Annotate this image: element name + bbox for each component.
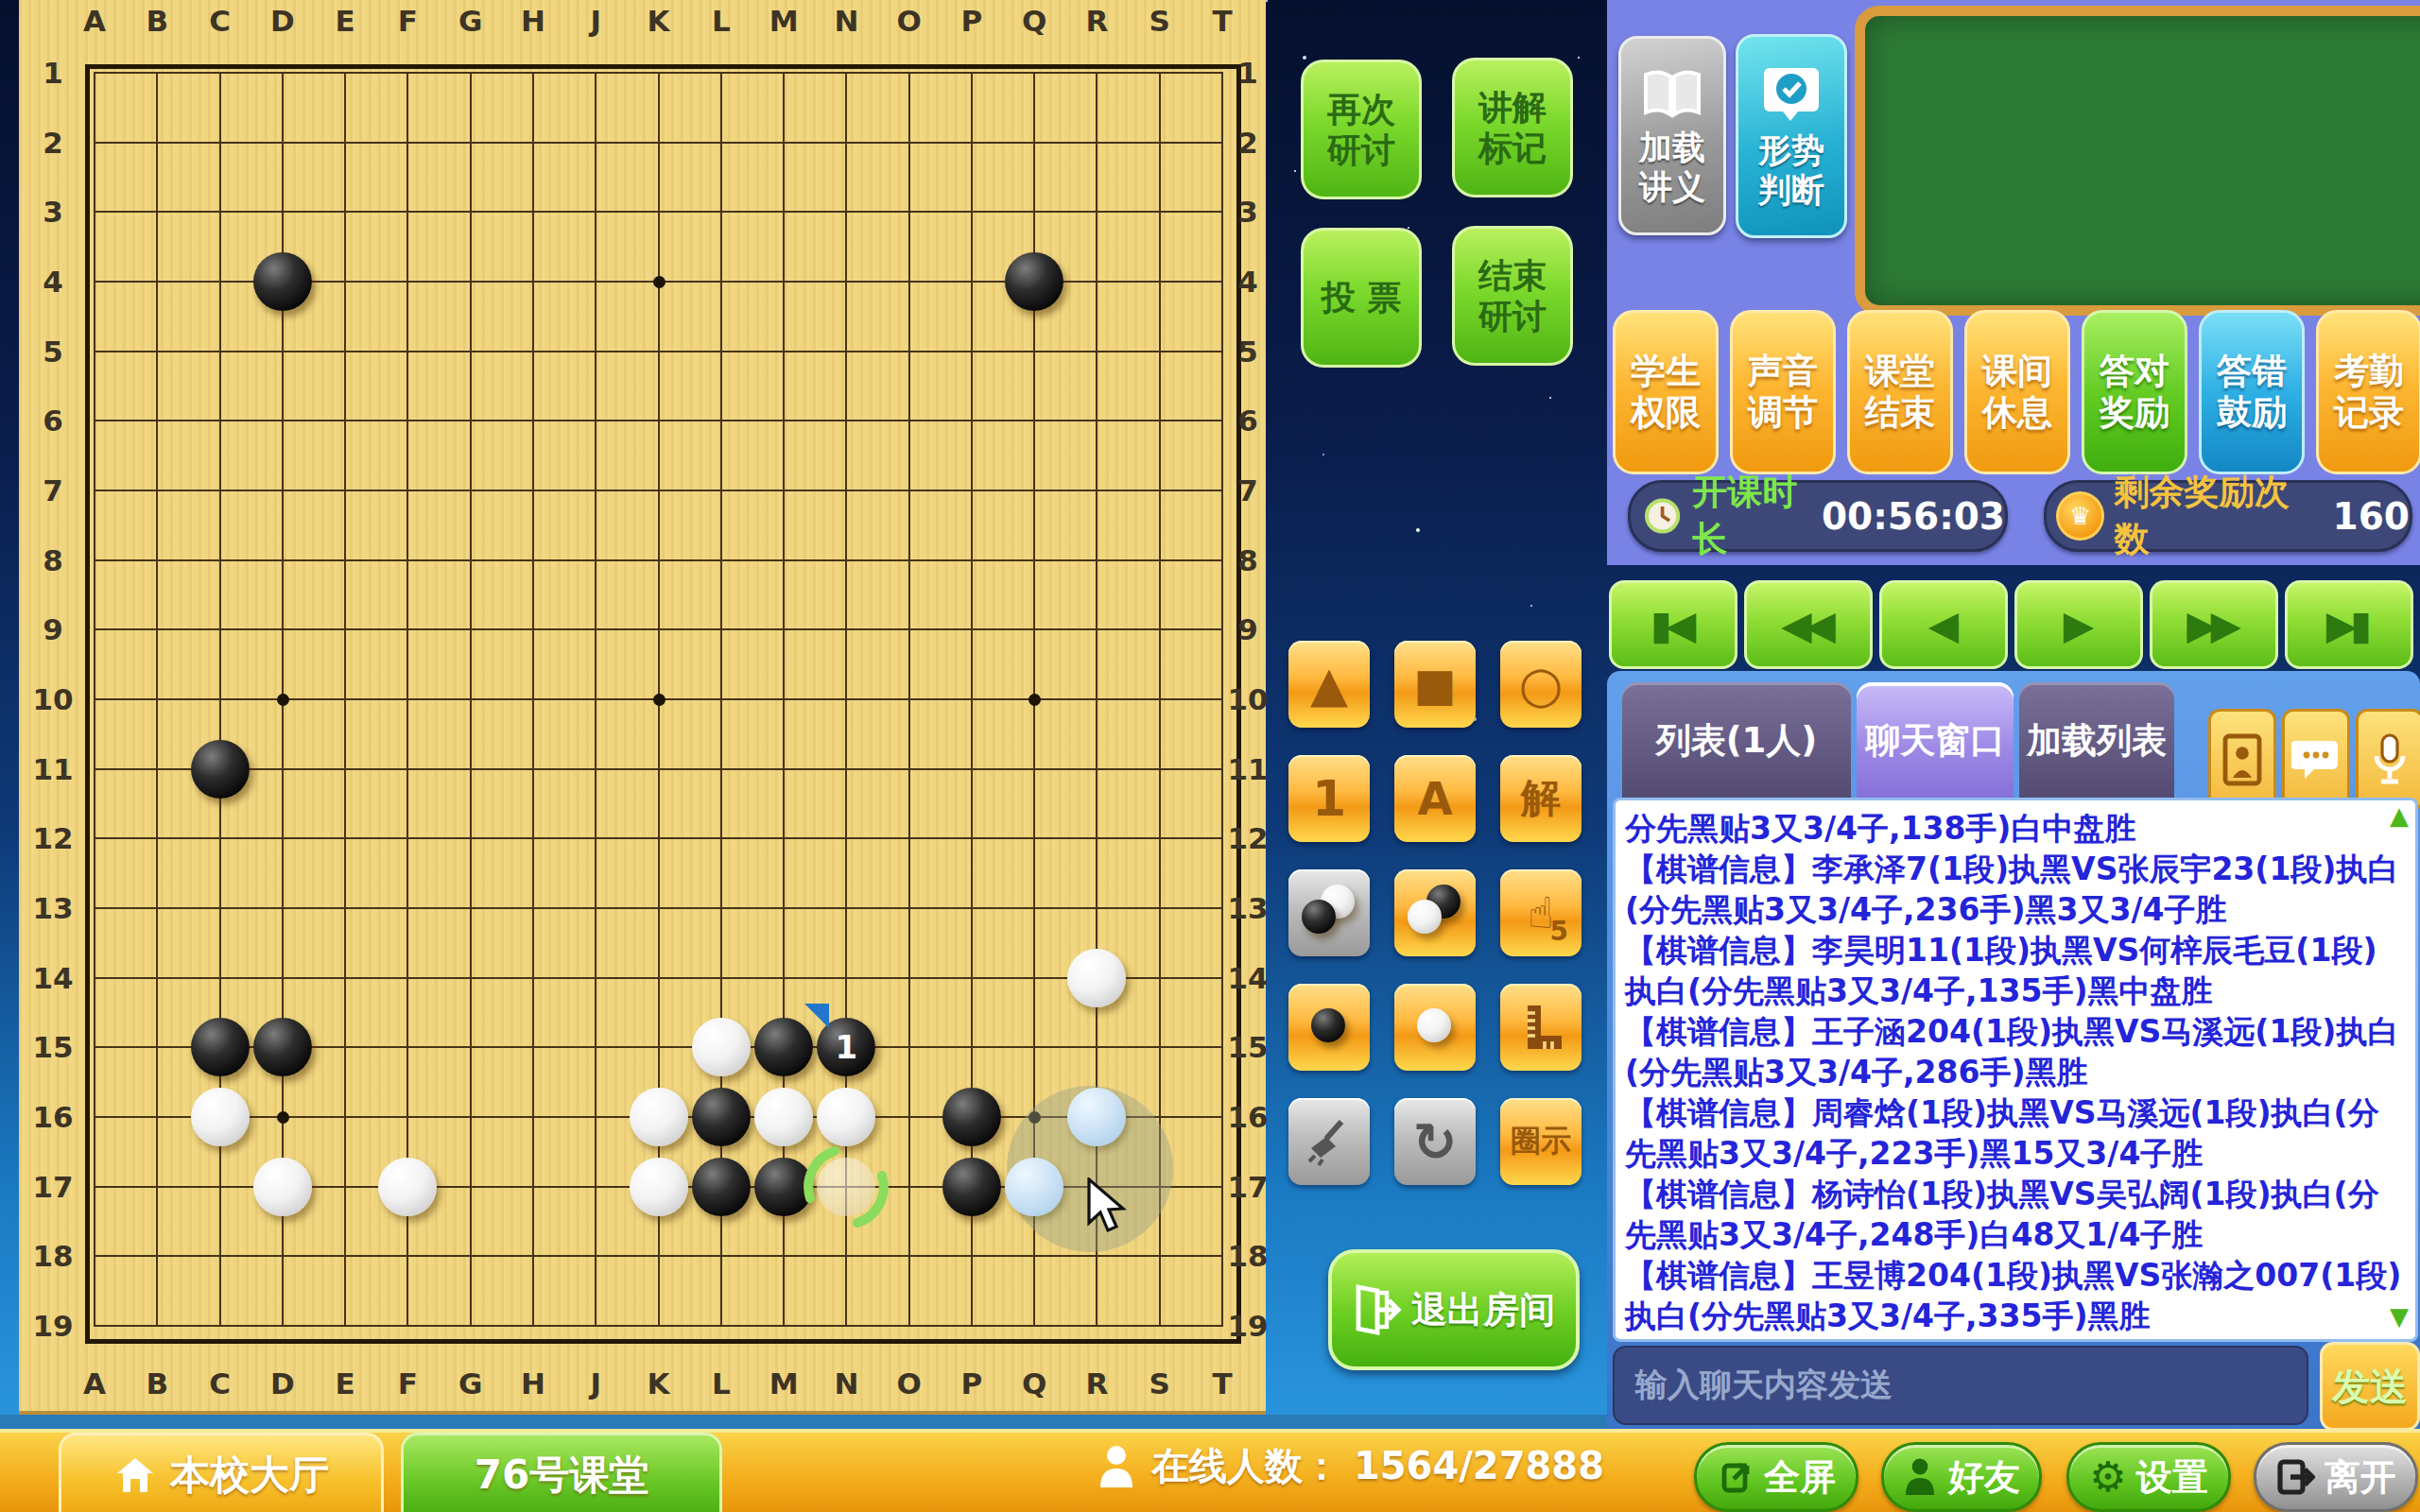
discuss-again-button[interactable]: 再次研讨	[1301, 60, 1422, 199]
friends-button[interactable]: 好友	[1881, 1442, 2042, 1512]
mouse-cursor	[1085, 1177, 1138, 1236]
open-book-icon	[1638, 65, 1706, 122]
settings-button[interactable]: ⚙ 设置	[2066, 1442, 2231, 1512]
broom-icon	[1304, 1116, 1355, 1167]
board-row-label: 6	[32, 404, 74, 438]
board-col-label: J	[575, 1366, 616, 1400]
class-button-5[interactable]: 答对奖励	[2082, 310, 2187, 474]
alternate-black-white-tool[interactable]	[1288, 869, 1370, 956]
board-col-label: R	[1076, 1366, 1117, 1400]
letter-icon: A	[1417, 772, 1452, 825]
board-row-label: 8	[1227, 543, 1269, 577]
end-discussion-button[interactable]: 结束研讨	[1452, 226, 1573, 366]
chat-message: 【棋谱信息】李昊明11(1段)执黑VS何梓辰毛豆(1段)执白(分先黑贴3又3/4…	[1625, 930, 2406, 1011]
chat-message-area[interactable]: 分先黑贴3又3/4子,138手)白中盘胜【棋谱信息】李承泽7(1段)执黑VS张辰…	[1613, 798, 2418, 1342]
board-row-label: 9	[1227, 612, 1269, 646]
class-button-1[interactable]: 学生权限	[1613, 310, 1719, 474]
board-col-label: G	[450, 4, 492, 38]
chat-message: 【棋谱信息】王昱博204(1段)执黑VS张瀚之007(1段)执白(分先黑贴3又3…	[1625, 1255, 2406, 1336]
grid-line-v	[908, 72, 910, 1327]
black-stone-icon	[1311, 1008, 1345, 1042]
chat-message: 【棋谱信息】李承泽7(1段)执黑VS张辰宇23(1段)执白(分先黑贴3又3/4子…	[1625, 849, 2406, 930]
grid-line-h	[94, 977, 1223, 979]
board-row-label: 6	[1227, 404, 1269, 438]
five-label: 5	[1550, 916, 1568, 947]
place-black-tool[interactable]	[1288, 984, 1370, 1071]
letter-marker-tool[interactable]: A	[1394, 755, 1476, 842]
board-col-label: D	[262, 4, 303, 38]
board-col-label: E	[324, 1366, 366, 1400]
exit-room-button[interactable]: 退出房间	[1328, 1249, 1580, 1370]
blue-triangle-marker	[804, 1004, 829, 1028]
black-stone-icon	[1302, 900, 1336, 934]
board-col-label: E	[324, 4, 366, 38]
board-row-label: 5	[32, 335, 74, 369]
square-icon: ■	[1413, 658, 1456, 711]
fast-forward-icon: ▶▶	[2193, 602, 2235, 648]
analysis-stone-blue	[1005, 1158, 1063, 1216]
black-stone	[1005, 252, 1063, 311]
ruler-icon	[1516, 1002, 1565, 1053]
fast-rewind-icon: ◀◀	[1788, 602, 1829, 648]
chat-message: 分先黑贴3又3/4子,138手)白中盘胜	[1625, 808, 2406, 849]
black-stone	[253, 1018, 312, 1076]
board-col-label: O	[889, 1366, 930, 1400]
white-stone-icon	[1417, 1008, 1451, 1042]
board-col-label: O	[889, 4, 930, 38]
class-button-3[interactable]: 课堂结束	[1847, 310, 1953, 474]
board-row-label: 3	[32, 195, 74, 229]
chat-bubble-button[interactable]	[2282, 709, 2350, 811]
chat-input-placeholder: 输入聊天内容发送	[1635, 1364, 1893, 1407]
black-stone	[942, 1088, 1001, 1146]
board-row-label: 16	[32, 1100, 74, 1134]
board-row-label: 4	[1227, 265, 1269, 299]
fullscreen-icon	[1717, 1458, 1754, 1496]
board-col-label: M	[763, 1366, 804, 1400]
white-stone	[630, 1088, 688, 1146]
board-col-label: F	[387, 1366, 428, 1400]
board-col-label: F	[387, 4, 428, 38]
friend-person-icon	[1903, 1457, 1939, 1497]
fast-rewind-button[interactable]: ◀◀	[1744, 580, 1873, 669]
board-col-label: T	[1201, 4, 1243, 38]
black-stone	[692, 1158, 751, 1216]
board-col-label: C	[199, 4, 241, 38]
board-row-label: 4	[32, 265, 74, 299]
leave-door-icon	[2275, 1457, 2315, 1497]
triangle-marker-tool[interactable]: ▲	[1288, 641, 1370, 728]
white-stone	[630, 1158, 688, 1216]
number-marker-tool[interactable]: 1	[1288, 755, 1370, 842]
board-col-label: K	[638, 1366, 680, 1400]
board-row-label: 2	[32, 126, 74, 160]
grid-line-h	[94, 768, 1223, 770]
board-row-label: 1	[32, 56, 74, 90]
chat-bubble-icon	[2291, 737, 2341, 782]
check-bubble-icon	[1760, 62, 1823, 125]
step-back-icon: ◀	[1935, 602, 1952, 648]
starfield-decoration	[1266, 0, 1268, 2]
board-row-label: 13	[1227, 891, 1269, 925]
chat-message: 【棋谱信息】杨诗怡(1段)执黑VS吴弘阔(1段)执白(分先黑贴3又3/4子,24…	[1625, 1174, 2406, 1255]
white-stone	[378, 1158, 437, 1216]
door-exit-icon	[1353, 1283, 1402, 1336]
chat-scroll-down-button[interactable]: ▼	[2390, 1304, 2409, 1329]
black-stone	[191, 740, 250, 799]
board-col-label: J	[575, 4, 616, 38]
white-stone	[191, 1088, 250, 1146]
step-forward-icon: ▶	[2070, 602, 2087, 648]
class-button-4[interactable]: 课间休息	[1964, 310, 2070, 474]
board-col-label: L	[700, 1366, 742, 1400]
board-row-label: 8	[32, 543, 74, 577]
circle-show-tool[interactable]: 圈示	[1500, 1098, 1582, 1185]
reset-tool[interactable]: ↻	[1394, 1098, 1476, 1185]
class-button-7[interactable]: 考勤记录	[2316, 310, 2420, 474]
board-row-label: 19	[32, 1309, 74, 1343]
board-col-label: G	[450, 1366, 492, 1400]
rewards-left-value: 160	[2333, 495, 2410, 538]
step-forward-button[interactable]: ▶	[2014, 580, 2143, 669]
board-row-label: 14	[1227, 961, 1269, 995]
white-stone	[692, 1018, 751, 1076]
board-row-label: 10	[32, 682, 74, 716]
skip-to-start-icon: ▮◀	[1657, 602, 1689, 648]
board-col-label: P	[951, 1366, 993, 1400]
skip-to-end-button[interactable]: ▶▮	[2285, 580, 2413, 669]
board-row-label: 5	[1227, 335, 1269, 369]
chat-message: 【棋谱信息】周睿焓(1段)执黑VS马溪远(1段)执白(分先黑贴3又3/4子,22…	[1625, 1092, 2406, 1174]
board-row-label: 9	[32, 612, 74, 646]
board-row-label: 14	[32, 961, 74, 995]
board-col-label: M	[763, 4, 804, 38]
black-stone	[942, 1158, 1001, 1216]
jie-label: 解	[1521, 772, 1561, 825]
send-button[interactable]: 发送	[2320, 1342, 2420, 1431]
board-col-label: S	[1139, 4, 1181, 38]
fullscreen-button[interactable]: 全屏	[1694, 1442, 1858, 1512]
microphone-icon	[2370, 731, 2410, 788]
board-row-label: 12	[32, 821, 74, 855]
star-point	[1028, 694, 1041, 706]
star-point	[277, 1111, 289, 1124]
tab-chat-window[interactable]: 聊天窗口	[1857, 682, 2014, 799]
board-col-label: B	[136, 1366, 178, 1400]
rewards-left-pill: ♛ 剩余奖励次数 160	[2044, 480, 2412, 552]
board-row-label: 1	[1227, 56, 1269, 90]
chat-input[interactable]: 输入聊天内容发送	[1613, 1346, 2308, 1425]
black-stone	[692, 1088, 751, 1146]
board-row-label: 7	[1227, 473, 1269, 507]
leave-button[interactable]: 离开	[2254, 1442, 2418, 1512]
app-window: AABBCCDDEEFFGGHHJJKKLLMMNNOOPPQQRRSSTT11…	[0, 0, 2420, 1512]
board-col-label: A	[74, 4, 115, 38]
white-stone	[253, 1158, 312, 1216]
board-col-label: R	[1076, 4, 1117, 38]
board-col-label: H	[512, 4, 554, 38]
chat-message: 【棋谱信息】王子涵204(1段)执黑VS马溪远(1段)执白(分先黑贴3又3/4子…	[1625, 1011, 2406, 1092]
refresh-icon: ↻	[1413, 1111, 1458, 1173]
explain-mark-button[interactable]: 讲解标记	[1452, 58, 1573, 198]
chalkboard	[1855, 6, 2420, 316]
board-row-label: 16	[1227, 1100, 1269, 1134]
board-row-label: 15	[1227, 1030, 1269, 1064]
square-marker-tool[interactable]: ■	[1394, 641, 1476, 728]
white-stone	[1067, 949, 1126, 1007]
board-row-label: 11	[32, 752, 74, 786]
board-col-label: T	[1201, 1366, 1243, 1400]
board-row-label: 11	[1227, 752, 1269, 786]
online-count: 在线人数： 1564/27888	[1097, 1440, 1604, 1492]
door-person-icon	[2221, 732, 2263, 787]
board-col-label: A	[74, 1366, 115, 1400]
board-col-label: Q	[1013, 1366, 1055, 1400]
board-row-label: 18	[1227, 1239, 1269, 1273]
board-row-label: 15	[32, 1030, 74, 1064]
ruler-tool[interactable]	[1500, 984, 1582, 1071]
voice-button[interactable]	[2356, 709, 2420, 811]
board-row-label: 18	[32, 1239, 74, 1273]
skip-to-start-button[interactable]: ▮◀	[1609, 580, 1737, 669]
tab-load-list[interactable]: 加载列表	[2019, 682, 2174, 799]
board-row-label: 2	[1227, 126, 1269, 160]
board-row-label: 17	[1227, 1170, 1269, 1204]
solve-tool[interactable]: 解	[1500, 755, 1582, 842]
board-row-label: 7	[32, 473, 74, 507]
class-button-2[interactable]: 声音调节	[1730, 310, 1836, 474]
step-back-button[interactable]: ◀	[1879, 580, 2008, 669]
class-button-6[interactable]: 答错鼓励	[2199, 310, 2305, 474]
clear-board-tool[interactable]	[1288, 1098, 1370, 1185]
go-board[interactable]: AABBCCDDEEFFGGHHJJKKLLMMNNOOPPQQRRSSTT11…	[19, 0, 1266, 1415]
white-stone-icon	[1408, 900, 1442, 934]
tab-student-list[interactable]: 列表(1人)	[1622, 682, 1851, 799]
clock-icon	[1642, 491, 1683, 541]
skip-to-end-icon: ▶▮	[2333, 602, 2365, 648]
kick-out-button[interactable]	[2208, 709, 2276, 811]
circle-icon: ○	[1518, 655, 1563, 714]
board-col-label: C	[199, 1366, 241, 1400]
go-board-panel[interactable]: AABBCCDDEEFFGGHHJJKKLLMMNNOOPPQQRRSSTT11…	[19, 0, 1266, 1415]
black-stone	[253, 252, 312, 311]
chat-scroll-up-button[interactable]: ▲	[2390, 803, 2409, 828]
person-icon	[1097, 1444, 1136, 1489]
class-duration-value: 00:56:03	[1822, 495, 2005, 538]
quanshi-label: 圈示	[1511, 1121, 1571, 1162]
board-col-label: Q	[1013, 4, 1055, 38]
board-col-label: D	[262, 1366, 303, 1400]
gear-icon: ⚙	[2089, 1456, 2126, 1498]
star-point	[277, 694, 289, 706]
board-col-label: N	[825, 1366, 867, 1400]
board-row-label: 3	[1227, 195, 1269, 229]
home-icon	[113, 1454, 157, 1496]
board-row-label: 10	[1227, 682, 1269, 716]
place-white-tool[interactable]	[1394, 984, 1476, 1071]
class-duration-pill: 开课时长 00:56:03	[1628, 480, 2008, 552]
load-lecture-button[interactable]: 加载讲义	[1618, 36, 1726, 235]
grid-line-h	[94, 1325, 1223, 1327]
board-row-label: 13	[32, 891, 74, 925]
classroom-tab[interactable]: 76号课堂	[401, 1433, 722, 1512]
grid-line-h	[94, 1255, 1223, 1257]
board-col-label: S	[1139, 1366, 1181, 1400]
circle-marker-tool[interactable]: ○	[1500, 641, 1582, 728]
trial-play-tool[interactable]: ☝5	[1500, 869, 1582, 956]
black-stone	[191, 1018, 250, 1076]
vote-button[interactable]: 投 票	[1301, 228, 1422, 368]
fast-forward-button[interactable]: ▶▶	[2150, 580, 2278, 669]
grid-line-v	[1221, 72, 1223, 1327]
position-judgement-button[interactable]: 形势判断	[1736, 34, 1847, 238]
analysis-stone-blue	[1067, 1088, 1126, 1146]
board-col-label: N	[825, 4, 867, 38]
board-col-label: K	[638, 4, 680, 38]
board-row-label: 19	[1227, 1309, 1269, 1343]
school-lobby-button[interactable]: 本校大厅	[59, 1433, 384, 1512]
star-point	[653, 694, 665, 706]
medal-icon: ♛	[2056, 491, 2104, 541]
board-col-label: L	[700, 4, 742, 38]
capture-preview-arcs	[789, 1130, 903, 1244]
board-row-label: 17	[32, 1170, 74, 1204]
grid-line-h	[94, 907, 1223, 909]
grid-line-h	[94, 837, 1223, 839]
alternate-white-black-tool[interactable]	[1394, 869, 1476, 956]
board-col-label: P	[951, 4, 993, 38]
board-row-label: 12	[1227, 821, 1269, 855]
triangle-icon: ▲	[1310, 656, 1348, 713]
star-point	[653, 276, 665, 288]
chat-message-list: 分先黑贴3又3/4子,138手)白中盘胜【棋谱信息】李承泽7(1段)执黑VS张辰…	[1616, 800, 2415, 1342]
board-col-label: H	[512, 1366, 554, 1400]
board-col-label: B	[136, 4, 178, 38]
number-icon: 1	[1312, 770, 1346, 827]
